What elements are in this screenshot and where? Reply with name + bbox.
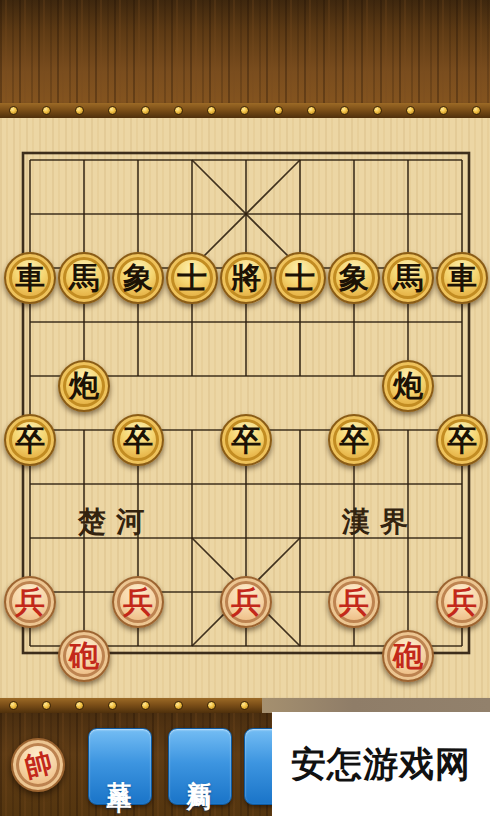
piece-red[interactable]: 兵 [4, 576, 56, 628]
new-game-button-label: 新局 [184, 760, 217, 774]
rail-nail-icon [472, 106, 481, 115]
rail-nail-icon [9, 701, 18, 710]
rail-nail-icon [439, 106, 448, 115]
board-point[interactable]: 卒 [219, 413, 273, 467]
board-point[interactable] [57, 413, 111, 467]
rail-nail-icon [108, 701, 117, 710]
board-point[interactable]: 卒 [327, 413, 381, 467]
board-point[interactable]: 卒 [111, 413, 165, 467]
board-point[interactable] [273, 305, 327, 359]
piece-black[interactable]: 馬 [382, 252, 434, 304]
piece-black[interactable]: 卒 [328, 414, 380, 466]
board-point[interactable] [435, 629, 489, 683]
board-point[interactable] [381, 413, 435, 467]
board-point[interactable] [165, 413, 219, 467]
marshal-piece-glyph: 帥 [21, 744, 56, 785]
board-point[interactable] [327, 629, 381, 683]
piece-black[interactable]: 將 [220, 252, 272, 304]
rail-nail-icon [207, 701, 216, 710]
piece-black[interactable]: 炮 [58, 360, 110, 412]
board-point[interactable]: 車 [3, 251, 57, 305]
board-point[interactable]: 砲 [57, 629, 111, 683]
piece-red[interactable]: 兵 [328, 576, 380, 628]
board-point[interactable]: 兵 [111, 575, 165, 629]
piece-red[interactable]: 砲 [58, 630, 110, 682]
board-point[interactable] [111, 629, 165, 683]
piece-black[interactable]: 象 [112, 252, 164, 304]
board-point[interactable] [435, 521, 489, 575]
board-point[interactable] [435, 467, 489, 521]
piece-black[interactable]: 車 [4, 252, 56, 304]
board-point[interactable] [327, 305, 381, 359]
board-point[interactable] [3, 305, 57, 359]
piece-black[interactable]: 車 [436, 252, 488, 304]
board-point[interactable] [219, 521, 273, 575]
new-game-button[interactable]: 新局 [168, 728, 232, 805]
board-point[interactable] [3, 467, 57, 521]
board-point[interactable]: 炮 [57, 359, 111, 413]
board-point[interactable] [165, 359, 219, 413]
river-label-chu: 楚河 [78, 504, 154, 540]
board-point[interactable]: 兵 [435, 575, 489, 629]
rail-nail-icon [42, 106, 51, 115]
board-point[interactable]: 象 [111, 251, 165, 305]
board-point[interactable] [3, 359, 57, 413]
piece-red[interactable]: 砲 [382, 630, 434, 682]
marshal-piece-button[interactable]: 帥 [11, 738, 65, 792]
board-point[interactable] [111, 305, 165, 359]
board-point[interactable] [273, 467, 327, 521]
rail-nail-icon [75, 106, 84, 115]
rail-nail-icon [174, 701, 183, 710]
rail-nail-icon [373, 106, 382, 115]
board-point[interactable]: 兵 [327, 575, 381, 629]
piece-black[interactable]: 卒 [112, 414, 164, 466]
piece-red[interactable]: 兵 [220, 576, 272, 628]
board-point[interactable] [165, 467, 219, 521]
board-point[interactable] [435, 305, 489, 359]
board-point[interactable]: 卒 [435, 413, 489, 467]
board-point[interactable] [165, 575, 219, 629]
piece-black[interactable]: 馬 [58, 252, 110, 304]
board-point[interactable]: 士 [273, 251, 327, 305]
board-point[interactable] [327, 359, 381, 413]
board-point[interactable] [165, 629, 219, 683]
board-point[interactable]: 馬 [381, 251, 435, 305]
watermark: 安怎游戏网 [272, 712, 490, 816]
piece-black[interactable]: 士 [166, 252, 218, 304]
board-point[interactable] [57, 575, 111, 629]
board-point[interactable] [273, 521, 327, 575]
board-point[interactable]: 象 [327, 251, 381, 305]
board-point[interactable] [219, 359, 273, 413]
rail-nail-icon [240, 106, 249, 115]
board-point[interactable] [57, 305, 111, 359]
piece-black[interactable]: 象 [328, 252, 380, 304]
board-point[interactable] [165, 521, 219, 575]
board-point[interactable]: 士 [165, 251, 219, 305]
rail-nail-icon [340, 106, 349, 115]
board-point[interactable] [219, 467, 273, 521]
watermark-text: 安怎游戏网 [291, 741, 471, 788]
piece-black[interactable]: 士 [274, 252, 326, 304]
top-rail [0, 103, 490, 118]
board-point[interactable] [273, 413, 327, 467]
board-point[interactable]: 砲 [381, 629, 435, 683]
rail-nail-icon [240, 701, 249, 710]
top-wood-panel [0, 0, 490, 103]
board-point[interactable]: 將 [219, 251, 273, 305]
board-point[interactable] [273, 359, 327, 413]
watermark-band [262, 698, 490, 713]
piece-black[interactable]: 卒 [436, 414, 488, 466]
piece-red[interactable]: 兵 [436, 576, 488, 628]
board-point[interactable] [381, 305, 435, 359]
board-point[interactable] [3, 521, 57, 575]
xiangqi-board: 車馬象士將士象馬車炮炮卒卒卒卒卒兵兵兵兵兵砲砲車馬相仕帥仕相馬車 [0, 118, 490, 698]
rail-nail-icon [174, 106, 183, 115]
rail-nail-icon [141, 106, 150, 115]
rail-nail-icon [141, 701, 150, 710]
menu-button[interactable]: 菜单 [88, 728, 152, 805]
board-point[interactable]: 兵 [219, 575, 273, 629]
rail-nail-icon [42, 701, 51, 710]
board-point[interactable]: 炮 [381, 359, 435, 413]
rail-nail-icon [274, 106, 283, 115]
board-point[interactable] [435, 359, 489, 413]
board-point[interactable] [111, 359, 165, 413]
piece-red[interactable]: 兵 [112, 576, 164, 628]
river-label-han: 漢界 [342, 504, 418, 540]
board-point[interactable] [219, 305, 273, 359]
board-point[interactable]: 馬 [57, 251, 111, 305]
rail-nail-icon [75, 701, 84, 710]
menu-button-label: 菜单 [104, 760, 137, 774]
rail-nail-icon [307, 106, 316, 115]
rail-nail-icon [108, 106, 117, 115]
board-point[interactable] [273, 575, 327, 629]
rail-nail-icon [207, 106, 216, 115]
rail-nail-icon [9, 106, 18, 115]
board-point[interactable]: 卒 [3, 413, 57, 467]
board-point[interactable]: 車 [435, 251, 489, 305]
board-point[interactable] [381, 575, 435, 629]
piece-black[interactable]: 卒 [4, 414, 56, 466]
piece-black[interactable]: 卒 [220, 414, 272, 466]
game-screen: 車馬象士將士象馬車炮炮卒卒卒卒卒兵兵兵兵兵砲砲車馬相仕帥仕相馬車 楚河 漢界 帥… [0, 0, 490, 816]
board-point[interactable]: 兵 [3, 575, 57, 629]
piece-black[interactable]: 炮 [382, 360, 434, 412]
board-point[interactable] [165, 305, 219, 359]
board-point[interactable] [3, 629, 57, 683]
board-point[interactable] [273, 629, 327, 683]
board-point[interactable] [219, 629, 273, 683]
rail-nail-icon [406, 106, 415, 115]
